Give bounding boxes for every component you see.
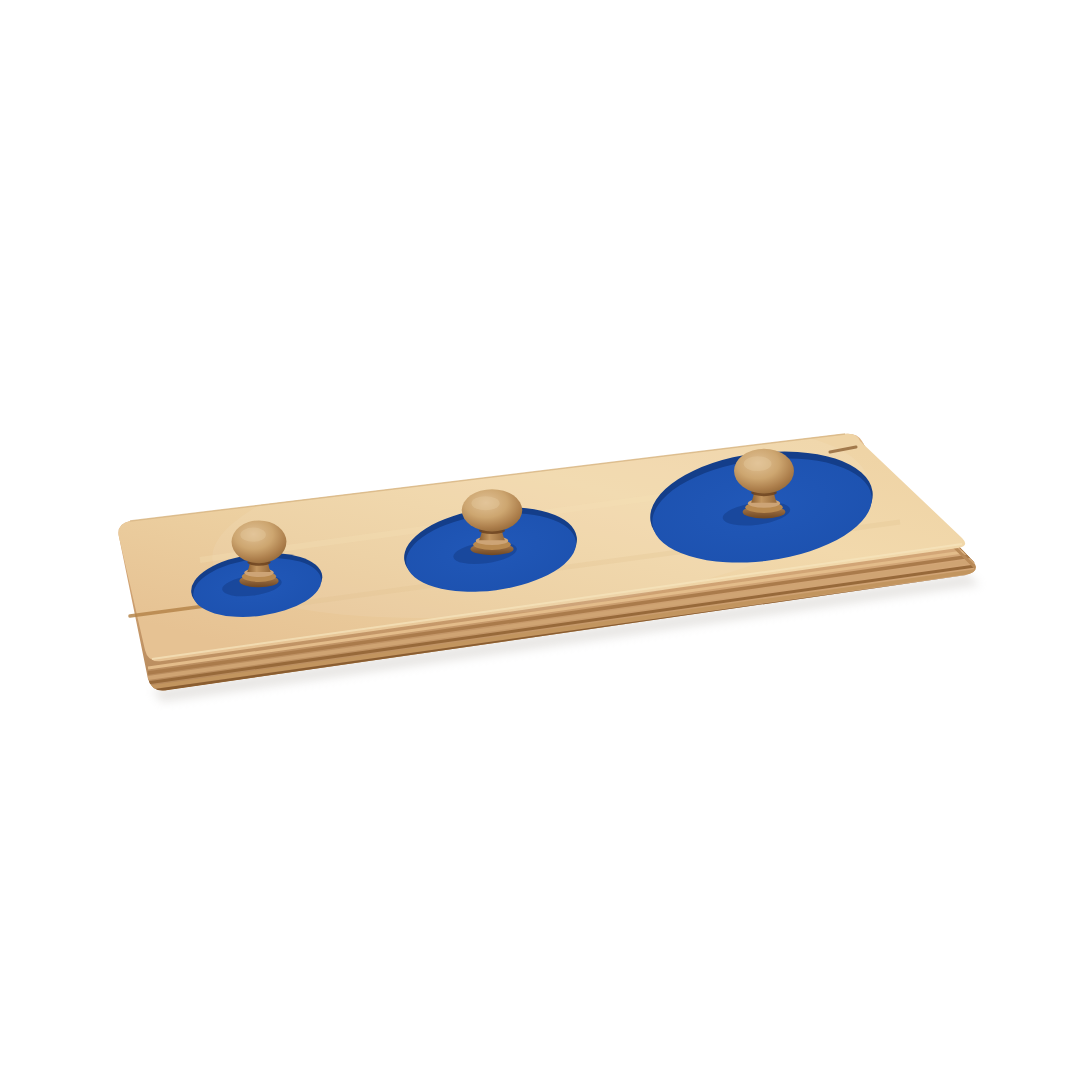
puzzle-scene — [0, 0, 1080, 1080]
product-photo — [0, 0, 1080, 1080]
puzzle-board — [118, 390, 978, 692]
